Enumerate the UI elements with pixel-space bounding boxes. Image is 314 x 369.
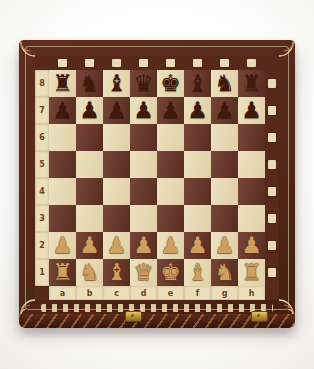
chess-board: 8♜♞♝♛♚♝♞♜7♟♟♟♟♟♟♟♟65432♟♟♟♟♟♟♟♟1♜♞♝♛♚♝♞♜…: [19, 40, 295, 316]
rank-label-7: 7: [35, 97, 49, 124]
inlay-tick: [166, 59, 175, 67]
frame-corner: [265, 286, 279, 300]
square-a1: ♜: [49, 259, 76, 286]
inlay-tick: [85, 59, 94, 67]
inlay-tick: [193, 59, 202, 67]
square-h8: ♜: [238, 70, 265, 97]
border-inlay-cell: [184, 56, 211, 70]
square-b2: ♟: [76, 232, 103, 259]
border-inlay-cell: [265, 70, 279, 97]
square-a4: [49, 178, 76, 205]
square-a6: [49, 124, 76, 151]
border-inlay-cell: [157, 56, 184, 70]
square-d2: ♟: [130, 232, 157, 259]
border-inlay-cell: [103, 56, 130, 70]
frame-corner: [35, 286, 49, 300]
piece-white-pawn: ♟: [211, 232, 238, 259]
border-inlay-cell: [265, 151, 279, 178]
rank-label-1: 1: [35, 259, 49, 286]
square-d4: [130, 178, 157, 205]
file-label-e: e: [157, 286, 184, 300]
inlay-tick: [268, 241, 276, 250]
frame-corner: [35, 56, 49, 70]
square-c8: ♝: [103, 70, 130, 97]
square-e2: ♟: [157, 232, 184, 259]
piece-white-pawn: ♟: [130, 232, 157, 259]
border-inlay-cell: [265, 178, 279, 205]
piece-black-knight: ♞: [211, 70, 238, 97]
square-a7: ♟: [49, 97, 76, 124]
rank-label-6: 6: [35, 124, 49, 151]
file-label-f: f: [184, 286, 211, 300]
square-f2: ♟: [184, 232, 211, 259]
square-f5: [184, 151, 211, 178]
square-d8: ♛: [130, 70, 157, 97]
square-b4: [76, 178, 103, 205]
border-inlay-cell: [49, 56, 76, 70]
square-d1: ♛: [130, 259, 157, 286]
piece-white-pawn: ♟: [49, 232, 76, 259]
border-inlay-cell: [265, 124, 279, 151]
piece-black-pawn: ♟: [76, 97, 103, 124]
rank-label-4: 4: [35, 178, 49, 205]
square-f3: [184, 205, 211, 232]
piece-white-knight: ♞: [211, 259, 238, 286]
piece-white-pawn: ♟: [76, 232, 103, 259]
square-f6: [184, 124, 211, 151]
board-grid: 8♜♞♝♛♚♝♞♜7♟♟♟♟♟♟♟♟65432♟♟♟♟♟♟♟♟1♜♞♝♛♚♝♞♜…: [35, 56, 279, 300]
inlay-tick: [139, 59, 148, 67]
square-g8: ♞: [211, 70, 238, 97]
square-f1: ♝: [184, 259, 211, 286]
product-photo: 8♜♞♝♛♚♝♞♜7♟♟♟♟♟♟♟♟65432♟♟♟♟♟♟♟♟1♜♞♝♛♚♝♞♜…: [0, 0, 314, 369]
piece-black-knight: ♞: [76, 70, 103, 97]
piece-black-king: ♚: [157, 70, 184, 97]
file-label-c: c: [103, 286, 130, 300]
square-e6: [157, 124, 184, 151]
piece-white-pawn: ♟: [157, 232, 184, 259]
square-e3: [157, 205, 184, 232]
square-d5: [130, 151, 157, 178]
square-c7: ♟: [103, 97, 130, 124]
inlay-tick: [220, 59, 229, 67]
piece-white-rook: ♜: [238, 259, 265, 286]
square-h5: [238, 151, 265, 178]
square-a2: ♟: [49, 232, 76, 259]
rank-label-8: 8: [35, 70, 49, 97]
square-e8: ♚: [157, 70, 184, 97]
square-f7: ♟: [184, 97, 211, 124]
inlay-tick: [268, 106, 276, 115]
square-h3: [238, 205, 265, 232]
inlay-tick: [268, 133, 276, 142]
inlay-tick: [268, 214, 276, 223]
square-h7: ♟: [238, 97, 265, 124]
square-e5: [157, 151, 184, 178]
square-h4: [238, 178, 265, 205]
piece-black-bishop: ♝: [103, 70, 130, 97]
border-inlay-cell: [265, 97, 279, 124]
folding-box-front-edge: [19, 314, 295, 328]
square-c1: ♝: [103, 259, 130, 286]
border-inlay-cell: [265, 232, 279, 259]
square-b1: ♞: [76, 259, 103, 286]
square-f4: [184, 178, 211, 205]
square-e1: ♚: [157, 259, 184, 286]
square-d3: [130, 205, 157, 232]
piece-white-pawn: ♟: [184, 232, 211, 259]
inlay-tick: [268, 79, 276, 88]
square-e7: ♟: [157, 97, 184, 124]
square-a8: ♜: [49, 70, 76, 97]
inlay-tick: [268, 160, 276, 169]
piece-black-pawn: ♟: [130, 97, 157, 124]
square-g5: [211, 151, 238, 178]
inlay-tick: [247, 59, 256, 67]
piece-black-pawn: ♟: [49, 97, 76, 124]
file-label-h: h: [238, 286, 265, 300]
square-c2: ♟: [103, 232, 130, 259]
brass-clasp-icon: [251, 311, 268, 322]
rank-label-2: 2: [35, 232, 49, 259]
piece-white-bishop: ♝: [103, 259, 130, 286]
square-g2: ♟: [211, 232, 238, 259]
border-inlay-cell: [211, 56, 238, 70]
frame-corner: [265, 56, 279, 70]
piece-black-pawn: ♟: [184, 97, 211, 124]
frame-ladder-inlay: [41, 304, 273, 312]
file-label-a: a: [49, 286, 76, 300]
piece-white-queen: ♛: [130, 259, 157, 286]
border-inlay-cell: [130, 56, 157, 70]
inlay-tick: [268, 268, 276, 277]
file-label-g: g: [211, 286, 238, 300]
inlay-tick: [112, 59, 121, 67]
file-label-b: b: [76, 286, 103, 300]
square-h6: [238, 124, 265, 151]
piece-white-bishop: ♝: [184, 259, 211, 286]
square-f8: ♝: [184, 70, 211, 97]
square-e4: [157, 178, 184, 205]
border-inlay-cell: [76, 56, 103, 70]
piece-black-rook: ♜: [49, 70, 76, 97]
square-a5: [49, 151, 76, 178]
piece-white-king: ♚: [157, 259, 184, 286]
square-g1: ♞: [211, 259, 238, 286]
rank-label-3: 3: [35, 205, 49, 232]
file-label-d: d: [130, 286, 157, 300]
rank-label-5: 5: [35, 151, 49, 178]
border-inlay-cell: [238, 56, 265, 70]
inlay-tick: [268, 187, 276, 196]
piece-black-queen: ♛: [130, 70, 157, 97]
square-a3: [49, 205, 76, 232]
square-c3: [103, 205, 130, 232]
brass-clasp-icon: [125, 311, 142, 322]
border-inlay-cell: [265, 205, 279, 232]
square-b3: [76, 205, 103, 232]
square-b8: ♞: [76, 70, 103, 97]
square-d7: ♟: [130, 97, 157, 124]
square-h2: ♟: [238, 232, 265, 259]
square-d6: [130, 124, 157, 151]
piece-black-bishop: ♝: [184, 70, 211, 97]
piece-white-knight: ♞: [76, 259, 103, 286]
piece-black-pawn: ♟: [157, 97, 184, 124]
square-h1: ♜: [238, 259, 265, 286]
square-c4: [103, 178, 130, 205]
square-c6: [103, 124, 130, 151]
piece-black-pawn: ♟: [103, 97, 130, 124]
piece-white-rook: ♜: [49, 259, 76, 286]
border-inlay-cell: [265, 259, 279, 286]
square-g7: ♟: [211, 97, 238, 124]
piece-black-pawn: ♟: [211, 97, 238, 124]
piece-black-pawn: ♟: [238, 97, 265, 124]
square-b6: [76, 124, 103, 151]
square-g4: [211, 178, 238, 205]
piece-black-rook: ♜: [238, 70, 265, 97]
square-g3: [211, 205, 238, 232]
square-b7: ♟: [76, 97, 103, 124]
square-g6: [211, 124, 238, 151]
piece-white-pawn: ♟: [103, 232, 130, 259]
square-c5: [103, 151, 130, 178]
inlay-tick: [58, 59, 67, 67]
piece-white-pawn: ♟: [238, 232, 265, 259]
square-b5: [76, 151, 103, 178]
